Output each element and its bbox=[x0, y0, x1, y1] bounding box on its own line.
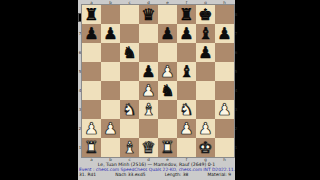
piece-black-pawn-a7: ♟ bbox=[82, 24, 101, 43]
square-c1: ♝ bbox=[120, 138, 139, 157]
square-f7: ♟ bbox=[177, 24, 196, 43]
square-a5 bbox=[82, 62, 101, 81]
piece-white-pawn-d4: ♟ bbox=[139, 81, 158, 100]
piece-black-pawn-b7: ♟ bbox=[101, 24, 120, 43]
square-e5: ♟ bbox=[158, 62, 177, 81]
square-g2: ♟ bbox=[196, 119, 215, 138]
square-a6 bbox=[82, 43, 101, 62]
square-h4 bbox=[215, 81, 234, 100]
rank-label-right-3: 3 bbox=[234, 100, 238, 119]
square-e1: ♜ bbox=[158, 138, 177, 157]
square-d8: ♛ bbox=[139, 5, 158, 24]
square-c4 bbox=[120, 81, 139, 100]
square-d5: ♟ bbox=[139, 62, 158, 81]
square-b1 bbox=[101, 138, 120, 157]
square-e7: ♟ bbox=[158, 24, 177, 43]
square-g8: ♚ bbox=[196, 5, 215, 24]
detail-line: 31. Rd1 Nach 33.exd5 Length: 38 Material… bbox=[78, 172, 235, 177]
square-d1: ♛ bbox=[139, 138, 158, 157]
square-b2: ♟ bbox=[101, 119, 120, 138]
piece-black-knight-c6: ♞ bbox=[120, 43, 139, 62]
square-c3: ♞ bbox=[120, 100, 139, 119]
piece-white-pawn-a2: ♟ bbox=[82, 119, 101, 138]
square-h6 bbox=[215, 43, 234, 62]
after-move: Nach 33.exd5 bbox=[115, 172, 145, 177]
rank-label-right-2: 2 bbox=[234, 119, 238, 138]
square-f8: ♜ bbox=[177, 5, 196, 24]
piece-white-knight-f3: ♞ bbox=[177, 100, 196, 119]
square-g1: ♚ bbox=[196, 138, 215, 157]
square-e3 bbox=[158, 100, 177, 119]
material-balance: Material: 9 bbox=[207, 172, 231, 177]
piece-white-knight-c3: ♞ bbox=[120, 100, 139, 119]
square-f5: ♝ bbox=[177, 62, 196, 81]
square-a8: ♜ bbox=[82, 5, 101, 24]
piece-black-queen-d8: ♛ bbox=[139, 5, 158, 24]
square-g3 bbox=[196, 100, 215, 119]
square-d3: ♝ bbox=[139, 100, 158, 119]
square-b3 bbox=[101, 100, 120, 119]
square-c7 bbox=[120, 24, 139, 43]
square-c5 bbox=[120, 62, 139, 81]
piece-white-pawn-g2: ♟ bbox=[196, 119, 215, 138]
piece-white-bishop-d3: ♝ bbox=[139, 100, 158, 119]
piece-white-king-g1: ♚ bbox=[196, 138, 215, 157]
square-g5 bbox=[196, 62, 215, 81]
square-e4: ♞ bbox=[158, 81, 177, 100]
piece-black-bishop-g7: ♝ bbox=[196, 24, 215, 43]
square-f1 bbox=[177, 138, 196, 157]
rank-label-right-4: 4 bbox=[234, 81, 238, 100]
diagram-stage: abcdefgh 87654321 87654321 ♜♛♜♚♟♟♟♟♝♟♞♟♟… bbox=[78, 0, 235, 180]
piece-white-queen-d1: ♛ bbox=[139, 138, 158, 157]
square-f3: ♞ bbox=[177, 100, 196, 119]
piece-white-pawn-f2: ♟ bbox=[177, 119, 196, 138]
square-h2 bbox=[215, 119, 234, 138]
rank-label-right-1: 1 bbox=[234, 138, 238, 157]
square-h1 bbox=[215, 138, 234, 157]
game-length: Length: 38 bbox=[165, 172, 189, 177]
square-a7: ♟ bbox=[82, 24, 101, 43]
square-h3: ♟ bbox=[215, 100, 234, 119]
square-b7: ♟ bbox=[101, 24, 120, 43]
square-e6 bbox=[158, 43, 177, 62]
piece-black-pawn-f7: ♟ bbox=[177, 24, 196, 43]
piece-black-pawn-h7: ♟ bbox=[215, 24, 234, 43]
video-frame: { "game": "chess", "position": { "fen": … bbox=[0, 0, 320, 180]
piece-white-rook-e1: ♜ bbox=[158, 138, 177, 157]
square-g4 bbox=[196, 81, 215, 100]
rank-label-right-6: 6 bbox=[234, 43, 238, 62]
chess-board: ♜♛♜♚♟♟♟♟♝♟♞♟♟♟♝♟♞♞♝♞♟♟♟♟♟♜♝♛♜♚ bbox=[82, 5, 234, 157]
square-b4 bbox=[101, 81, 120, 100]
square-h7: ♟ bbox=[215, 24, 234, 43]
square-a3 bbox=[82, 100, 101, 119]
square-f6 bbox=[177, 43, 196, 62]
square-b5 bbox=[101, 62, 120, 81]
rank-labels-right: 87654321 bbox=[234, 5, 238, 157]
piece-white-pawn-e5: ♟ bbox=[158, 62, 177, 81]
piece-black-pawn-e7: ♟ bbox=[158, 24, 177, 43]
square-d7 bbox=[139, 24, 158, 43]
piece-black-knight-e4: ♞ bbox=[158, 81, 177, 100]
move-number: 31. Rd1 bbox=[79, 172, 96, 177]
square-g6: ♟ bbox=[196, 43, 215, 62]
piece-black-rook-a8: ♜ bbox=[82, 5, 101, 24]
square-c6: ♞ bbox=[120, 43, 139, 62]
square-e8 bbox=[158, 5, 177, 24]
square-h8 bbox=[215, 5, 234, 24]
square-c8 bbox=[120, 5, 139, 24]
piece-white-bishop-c1: ♝ bbox=[120, 138, 139, 157]
square-f4 bbox=[177, 81, 196, 100]
rank-label-right-5: 5 bbox=[234, 62, 238, 81]
caption: Le, Tuan Minh (2516) — Mamedov, Rauf (26… bbox=[78, 162, 235, 180]
square-e2 bbox=[158, 119, 177, 138]
rank-label-right-8: 8 bbox=[234, 5, 238, 24]
square-a2: ♟ bbox=[82, 119, 101, 138]
square-b8 bbox=[101, 5, 120, 24]
square-a4 bbox=[82, 81, 101, 100]
piece-black-pawn-g6: ♟ bbox=[196, 43, 215, 62]
piece-black-bishop-f5: ♝ bbox=[177, 62, 196, 81]
square-a1: ♜ bbox=[82, 138, 101, 157]
piece-white-pawn-h3: ♟ bbox=[215, 100, 234, 119]
square-h5 bbox=[215, 62, 234, 81]
square-d6 bbox=[139, 43, 158, 62]
piece-black-pawn-d5: ♟ bbox=[139, 62, 158, 81]
piece-white-rook-a1: ♜ bbox=[82, 138, 101, 157]
square-d4: ♟ bbox=[139, 81, 158, 100]
piece-white-pawn-b2: ♟ bbox=[101, 119, 120, 138]
rank-label-right-7: 7 bbox=[234, 24, 238, 43]
square-g7: ♝ bbox=[196, 24, 215, 43]
square-b6 bbox=[101, 43, 120, 62]
square-f2: ♟ bbox=[177, 119, 196, 138]
piece-black-rook-f8: ♜ bbox=[177, 5, 196, 24]
piece-black-king-g8: ♚ bbox=[196, 5, 215, 24]
square-c2 bbox=[120, 119, 139, 138]
square-d2 bbox=[139, 119, 158, 138]
